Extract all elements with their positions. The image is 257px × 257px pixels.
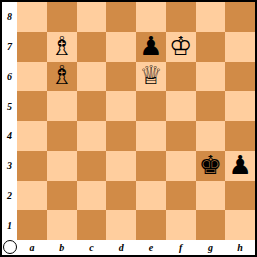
square-g5[interactable] (196, 91, 226, 121)
square-e3[interactable] (136, 151, 166, 181)
square-h8[interactable] (225, 2, 255, 32)
file-label-b: b (47, 240, 77, 255)
square-d4[interactable] (106, 121, 136, 151)
square-h7[interactable] (225, 32, 255, 62)
white-to-move-indicator-circle (3, 240, 17, 254)
square-a5[interactable] (17, 91, 47, 121)
rank-label-1: 1 (2, 210, 17, 240)
square-a1[interactable] (17, 210, 47, 240)
square-b8[interactable] (47, 2, 77, 32)
square-b7[interactable]: ♗ (47, 32, 77, 62)
square-f1[interactable] (166, 210, 196, 240)
square-d7[interactable] (106, 32, 136, 62)
file-label-d: d (106, 240, 136, 255)
square-c7[interactable] (77, 32, 107, 62)
square-a8[interactable] (17, 2, 47, 32)
rank-label-8: 8 (2, 2, 17, 32)
black-pawn-on-h3[interactable]: ♟ (228, 152, 251, 178)
white-bishop-on-b6[interactable]: ♗ (50, 62, 73, 88)
rank-labels: 87654321 (2, 2, 17, 240)
square-c1[interactable] (77, 210, 107, 240)
square-a7[interactable] (17, 32, 47, 62)
square-a4[interactable] (17, 121, 47, 151)
square-h5[interactable] (225, 91, 255, 121)
square-e8[interactable] (136, 2, 166, 32)
square-e1[interactable] (136, 210, 166, 240)
square-b5[interactable] (47, 91, 77, 121)
square-f3[interactable] (166, 151, 196, 181)
square-b1[interactable] (47, 210, 77, 240)
square-d2[interactable] (106, 181, 136, 211)
square-c4[interactable] (77, 121, 107, 151)
square-d3[interactable] (106, 151, 136, 181)
square-a3[interactable] (17, 151, 47, 181)
file-label-a: a (17, 240, 47, 255)
square-g6[interactable] (196, 62, 226, 92)
file-labels: abcdefgh (17, 240, 255, 255)
rank-label-6: 6 (2, 62, 17, 92)
square-c2[interactable] (77, 181, 107, 211)
square-d8[interactable] (106, 2, 136, 32)
square-b6[interactable]: ♗ (47, 62, 77, 92)
square-e4[interactable] (136, 121, 166, 151)
square-a2[interactable] (17, 181, 47, 211)
square-e7[interactable]: ♟ (136, 32, 166, 62)
file-label-c: c (77, 240, 107, 255)
square-g4[interactable] (196, 121, 226, 151)
square-b3[interactable] (47, 151, 77, 181)
rank-label-4: 4 (2, 121, 17, 151)
board: ♗♟♔♗♕♚♟ (17, 2, 255, 240)
square-f5[interactable] (166, 91, 196, 121)
square-b2[interactable] (47, 181, 77, 211)
square-g7[interactable] (196, 32, 226, 62)
square-g2[interactable] (196, 181, 226, 211)
square-d5[interactable] (106, 91, 136, 121)
file-label-f: f (166, 240, 196, 255)
file-label-h: h (225, 240, 255, 255)
rank-label-7: 7 (2, 32, 17, 62)
square-h6[interactable] (225, 62, 255, 92)
black-king-on-g3[interactable]: ♚ (199, 152, 222, 178)
file-label-g: g (196, 240, 226, 255)
rank-label-5: 5 (2, 91, 17, 121)
white-queen-on-e6[interactable]: ♕ (139, 62, 162, 88)
file-label-e: e (136, 240, 166, 255)
square-d1[interactable] (106, 210, 136, 240)
square-h4[interactable] (225, 121, 255, 151)
white-king-on-f7[interactable]: ♔ (169, 33, 192, 59)
square-f7[interactable]: ♔ (166, 32, 196, 62)
chess-diagram: 87654321 ♗♟♔♗♕♚♟ abcdefgh (0, 0, 257, 257)
square-g1[interactable] (196, 210, 226, 240)
rank-label-3: 3 (2, 151, 17, 181)
square-f6[interactable] (166, 62, 196, 92)
square-e5[interactable] (136, 91, 166, 121)
square-f8[interactable] (166, 2, 196, 32)
square-a6[interactable] (17, 62, 47, 92)
square-c8[interactable] (77, 2, 107, 32)
square-b4[interactable] (47, 121, 77, 151)
square-c3[interactable] (77, 151, 107, 181)
black-pawn-on-e7[interactable]: ♟ (139, 33, 162, 59)
square-h2[interactable] (225, 181, 255, 211)
square-f4[interactable] (166, 121, 196, 151)
square-f2[interactable] (166, 181, 196, 211)
square-d6[interactable] (106, 62, 136, 92)
square-e2[interactable] (136, 181, 166, 211)
square-g8[interactable] (196, 2, 226, 32)
square-h3[interactable]: ♟ (225, 151, 255, 181)
white-bishop-on-b7[interactable]: ♗ (50, 33, 73, 59)
square-c5[interactable] (77, 91, 107, 121)
square-c6[interactable] (77, 62, 107, 92)
square-e6[interactable]: ♕ (136, 62, 166, 92)
square-g3[interactable]: ♚ (196, 151, 226, 181)
square-h1[interactable] (225, 210, 255, 240)
rank-label-2: 2 (2, 181, 17, 211)
